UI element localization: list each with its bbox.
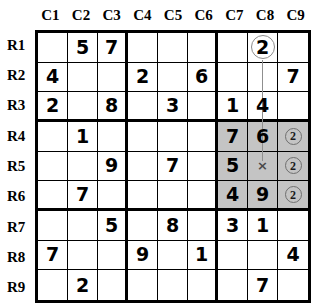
given-digit: 2 bbox=[136, 67, 149, 86]
column-label-c3: C3 bbox=[96, 2, 127, 28]
cell-r7c6[interactable] bbox=[188, 211, 218, 241]
cell-r1c7[interactable] bbox=[218, 33, 248, 63]
cell-r9c6[interactable] bbox=[188, 270, 218, 300]
cell-r3c8[interactable]: 4 bbox=[248, 92, 278, 122]
cell-r9c1[interactable] bbox=[38, 270, 68, 300]
cell-r5c9[interactable]: 2 bbox=[278, 152, 308, 182]
given-digit: 4 bbox=[226, 185, 239, 204]
cell-r2c5[interactable] bbox=[158, 63, 188, 93]
cell-r6c8[interactable]: 9 bbox=[248, 181, 278, 211]
given-digit: 9 bbox=[105, 156, 118, 175]
given-digit: 7 bbox=[226, 127, 239, 146]
cell-r8c9[interactable]: 4 bbox=[278, 241, 308, 271]
cell-r1c2[interactable]: 5 bbox=[68, 33, 98, 63]
given-digit: 2 bbox=[76, 276, 89, 295]
given-digit: 7 bbox=[46, 245, 59, 264]
cell-r2c6[interactable]: 6 bbox=[188, 63, 218, 93]
cell-r7c3[interactable]: 5 bbox=[98, 211, 128, 241]
given-digit: 5 bbox=[105, 216, 118, 235]
cell-r6c7[interactable]: 4 bbox=[218, 181, 248, 211]
circled-candidate: 2 bbox=[285, 128, 302, 145]
row-label-r9: R9 bbox=[0, 273, 33, 303]
given-digit: 2 bbox=[256, 38, 269, 57]
cell-r8c5[interactable] bbox=[158, 241, 188, 271]
cell-r8c7[interactable] bbox=[218, 241, 248, 271]
cell-r9c3[interactable] bbox=[98, 270, 128, 300]
cell-r3c7[interactable]: 1 bbox=[218, 92, 248, 122]
elimination-x-mark: × bbox=[257, 159, 268, 172]
cell-r3c1[interactable]: 2 bbox=[38, 92, 68, 122]
cell-r4c3[interactable] bbox=[98, 122, 128, 152]
cell-r4c2[interactable]: 1 bbox=[68, 122, 98, 152]
cell-r6c3[interactable] bbox=[98, 181, 128, 211]
given-digit: 9 bbox=[136, 245, 149, 264]
column-label-c9: C9 bbox=[280, 2, 311, 28]
cell-r9c5[interactable] bbox=[158, 270, 188, 300]
given-digit: 7 bbox=[76, 185, 89, 204]
cell-r6c6[interactable] bbox=[188, 181, 218, 211]
cell-r8c6[interactable]: 1 bbox=[188, 241, 218, 271]
given-digit: 9 bbox=[256, 185, 269, 204]
column-label-c8: C8 bbox=[250, 2, 281, 28]
cell-r6c4[interactable] bbox=[128, 181, 158, 211]
given-digit: 3 bbox=[226, 216, 239, 235]
cell-r2c9[interactable]: 7 bbox=[278, 63, 308, 93]
row-label-r1: R1 bbox=[0, 30, 33, 60]
given-digit: 5 bbox=[226, 156, 239, 175]
cell-r7c8[interactable]: 1 bbox=[248, 211, 278, 241]
given-digit: 5 bbox=[76, 38, 89, 57]
cell-r8c1[interactable]: 7 bbox=[38, 241, 68, 271]
cell-r4c9[interactable]: 2 bbox=[278, 122, 308, 152]
given-digit: 4 bbox=[256, 96, 269, 115]
sudoku-board: 5724267283141762975×274925831791427 bbox=[35, 30, 311, 303]
cell-r4c7[interactable]: 7 bbox=[218, 122, 248, 152]
column-label-c7: C7 bbox=[219, 2, 250, 28]
column-label-c4: C4 bbox=[127, 2, 158, 28]
given-digit: 1 bbox=[195, 245, 208, 264]
cell-r5c8[interactable]: × bbox=[248, 152, 278, 182]
cell-r1c6[interactable] bbox=[188, 33, 218, 63]
cell-r1c9[interactable] bbox=[278, 33, 308, 63]
cell-r8c2[interactable] bbox=[68, 241, 98, 271]
cell-r4c5[interactable] bbox=[158, 122, 188, 152]
row-label-r4: R4 bbox=[0, 121, 33, 151]
cell-r5c5[interactable]: 7 bbox=[158, 152, 188, 182]
cell-r1c3[interactable]: 7 bbox=[98, 33, 128, 63]
cell-r7c5[interactable]: 8 bbox=[158, 211, 188, 241]
row-label-r8: R8 bbox=[0, 242, 33, 272]
cell-r9c4[interactable] bbox=[128, 270, 158, 300]
cell-r2c4[interactable]: 2 bbox=[128, 63, 158, 93]
cell-r4c4[interactable] bbox=[128, 122, 158, 152]
cell-r8c4[interactable]: 9 bbox=[128, 241, 158, 271]
cell-r3c6[interactable] bbox=[188, 92, 218, 122]
cell-r2c1[interactable]: 4 bbox=[38, 63, 68, 93]
cell-r8c3[interactable] bbox=[98, 241, 128, 271]
cell-r7c1[interactable] bbox=[38, 211, 68, 241]
given-digit: 1 bbox=[226, 96, 239, 115]
cell-r1c5[interactable] bbox=[158, 33, 188, 63]
cell-r9c9[interactable] bbox=[278, 270, 308, 300]
given-digit: 1 bbox=[256, 216, 269, 235]
cell-r7c7[interactable]: 3 bbox=[218, 211, 248, 241]
cell-r3c2[interactable] bbox=[68, 92, 98, 122]
cell-r5c2[interactable] bbox=[68, 152, 98, 182]
given-digit: 8 bbox=[105, 96, 118, 115]
column-label-c1: C1 bbox=[35, 2, 66, 28]
cell-r7c2[interactable] bbox=[68, 211, 98, 241]
given-digit: 8 bbox=[166, 216, 179, 235]
cell-r4c1[interactable] bbox=[38, 122, 68, 152]
cell-r7c4[interactable] bbox=[128, 211, 158, 241]
cell-r3c9[interactable] bbox=[278, 92, 308, 122]
cell-r9c7[interactable] bbox=[218, 270, 248, 300]
cell-r7c9[interactable] bbox=[278, 211, 308, 241]
given-digit: 6 bbox=[256, 127, 269, 146]
sudoku-diagram: C1C2C3C4C5C6C7C8C9 R1R2R3R4R5R6R7R8R9 57… bbox=[0, 0, 314, 308]
cell-r5c4[interactable] bbox=[128, 152, 158, 182]
cell-r5c1[interactable] bbox=[38, 152, 68, 182]
cell-r1c4[interactable] bbox=[128, 33, 158, 63]
cell-r2c8[interactable] bbox=[248, 63, 278, 93]
column-label-c5: C5 bbox=[158, 2, 189, 28]
cell-r5c6[interactable] bbox=[188, 152, 218, 182]
cell-r3c3[interactable]: 8 bbox=[98, 92, 128, 122]
cell-r8c8[interactable] bbox=[248, 241, 278, 271]
column-labels: C1C2C3C4C5C6C7C8C9 bbox=[35, 2, 311, 28]
cell-r1c8[interactable]: 2 bbox=[248, 33, 278, 63]
circled-candidate: 2 bbox=[285, 157, 302, 174]
cell-r2c7[interactable] bbox=[218, 63, 248, 93]
given-digit: 7 bbox=[286, 67, 299, 86]
given-digit: 1 bbox=[76, 127, 89, 146]
cell-r6c5[interactable] bbox=[158, 181, 188, 211]
row-label-r2: R2 bbox=[0, 60, 33, 90]
cell-r3c5[interactable]: 3 bbox=[158, 92, 188, 122]
cell-r6c9[interactable]: 2 bbox=[278, 181, 308, 211]
row-label-r3: R3 bbox=[0, 91, 33, 121]
row-label-r6: R6 bbox=[0, 182, 33, 212]
cell-r4c6[interactable] bbox=[188, 122, 218, 152]
cell-r6c1[interactable] bbox=[38, 181, 68, 211]
row-labels: R1R2R3R4R5R6R7R8R9 bbox=[0, 30, 33, 303]
cell-r4c8[interactable]: 6 bbox=[248, 122, 278, 152]
given-digit: 6 bbox=[195, 67, 208, 86]
circled-candidate: 2 bbox=[285, 186, 302, 203]
cell-r5c3[interactable]: 9 bbox=[98, 152, 128, 182]
cell-r9c8[interactable]: 7 bbox=[248, 270, 278, 300]
cell-r2c2[interactable] bbox=[68, 63, 98, 93]
given-digit: 7 bbox=[256, 276, 269, 295]
cell-r6c2[interactable]: 7 bbox=[68, 181, 98, 211]
given-digit: 2 bbox=[46, 96, 59, 115]
row-label-r7: R7 bbox=[0, 212, 33, 242]
cell-r1c1[interactable] bbox=[38, 33, 68, 63]
given-digit: 7 bbox=[166, 156, 179, 175]
column-label-c2: C2 bbox=[66, 2, 97, 28]
column-label-c6: C6 bbox=[188, 2, 219, 28]
given-digit: 4 bbox=[46, 67, 59, 86]
given-digit: 4 bbox=[286, 245, 299, 264]
given-digit: 3 bbox=[166, 96, 179, 115]
row-label-r5: R5 bbox=[0, 151, 33, 181]
given-digit: 7 bbox=[105, 38, 118, 57]
cell-r3c4[interactable] bbox=[128, 92, 158, 122]
cell-r2c3[interactable] bbox=[98, 63, 128, 93]
cell-r9c2[interactable]: 2 bbox=[68, 270, 98, 300]
cell-r5c7[interactable]: 5 bbox=[218, 152, 248, 182]
